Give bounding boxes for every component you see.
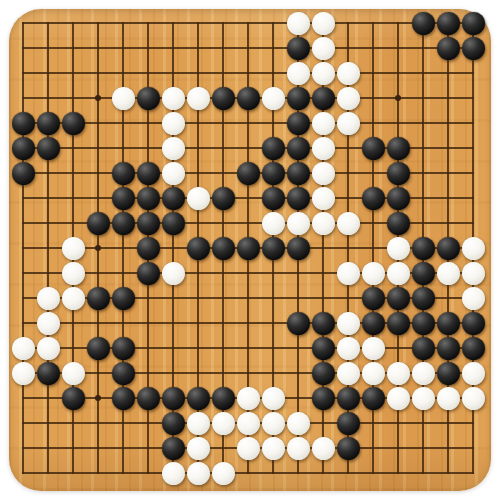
stone-white[interactable] <box>312 162 335 185</box>
stone-black[interactable] <box>412 312 435 335</box>
stone-black[interactable] <box>412 287 435 310</box>
stone-white[interactable] <box>462 387 485 410</box>
stone-black[interactable] <box>137 212 160 235</box>
stone-black[interactable] <box>387 162 410 185</box>
stone-black[interactable] <box>437 362 460 385</box>
stone-white[interactable] <box>187 437 210 460</box>
stone-black[interactable] <box>112 362 135 385</box>
stone-white[interactable] <box>312 12 335 35</box>
stone-black[interactable] <box>112 387 135 410</box>
stone-black[interactable] <box>287 187 310 210</box>
stone-white[interactable] <box>287 212 310 235</box>
stone-black[interactable] <box>137 87 160 110</box>
stone-white[interactable] <box>312 212 335 235</box>
stone-white[interactable] <box>337 112 360 135</box>
stone-white[interactable] <box>387 262 410 285</box>
stone-black[interactable] <box>162 412 185 435</box>
star-point <box>95 95 101 101</box>
stone-black[interactable] <box>337 387 360 410</box>
stone-white[interactable] <box>62 237 85 260</box>
stone-black[interactable] <box>262 162 285 185</box>
stone-white[interactable] <box>162 137 185 160</box>
stone-white[interactable] <box>437 262 460 285</box>
go-board[interactable] <box>9 9 491 491</box>
stone-black[interactable] <box>87 287 110 310</box>
stone-black[interactable] <box>112 337 135 360</box>
stone-black[interactable] <box>212 187 235 210</box>
stone-black[interactable] <box>212 387 235 410</box>
stone-white[interactable] <box>262 412 285 435</box>
stone-white[interactable] <box>62 362 85 385</box>
photo-background <box>0 0 500 500</box>
stone-white[interactable] <box>337 62 360 85</box>
stone-black[interactable] <box>137 262 160 285</box>
stone-black[interactable] <box>462 312 485 335</box>
stone-white[interactable] <box>12 362 35 385</box>
stone-black[interactable] <box>387 212 410 235</box>
stone-white[interactable] <box>237 387 260 410</box>
stone-black[interactable] <box>137 237 160 260</box>
stone-black[interactable] <box>362 137 385 160</box>
stone-black[interactable] <box>212 237 235 260</box>
stone-white[interactable] <box>462 362 485 385</box>
stone-black[interactable] <box>287 87 310 110</box>
stone-white[interactable] <box>337 87 360 110</box>
stone-black[interactable] <box>387 187 410 210</box>
stone-white[interactable] <box>337 337 360 360</box>
stone-white[interactable] <box>237 412 260 435</box>
stone-black[interactable] <box>462 337 485 360</box>
stone-black[interactable] <box>312 87 335 110</box>
stone-white[interactable] <box>287 12 310 35</box>
stone-white[interactable] <box>462 262 485 285</box>
star-point <box>95 245 101 251</box>
stone-black[interactable] <box>37 112 60 135</box>
stone-black[interactable] <box>312 362 335 385</box>
stone-black[interactable] <box>312 312 335 335</box>
stone-black[interactable] <box>112 212 135 235</box>
stone-black[interactable] <box>362 187 385 210</box>
stone-white[interactable] <box>387 237 410 260</box>
stone-black[interactable] <box>412 12 435 35</box>
stone-white[interactable] <box>162 162 185 185</box>
stone-white[interactable] <box>262 87 285 110</box>
stone-white[interactable] <box>187 462 210 485</box>
stone-white[interactable] <box>262 437 285 460</box>
stone-white[interactable] <box>462 287 485 310</box>
stone-white[interactable] <box>212 462 235 485</box>
stone-white[interactable] <box>312 437 335 460</box>
stone-white[interactable] <box>387 387 410 410</box>
stone-white[interactable] <box>262 387 285 410</box>
stone-black[interactable] <box>162 437 185 460</box>
stone-white[interactable] <box>337 262 360 285</box>
stone-white[interactable] <box>387 362 410 385</box>
stone-white[interactable] <box>437 387 460 410</box>
stone-black[interactable] <box>87 337 110 360</box>
stone-white[interactable] <box>362 362 385 385</box>
stone-black[interactable] <box>162 212 185 235</box>
stone-black[interactable] <box>462 12 485 35</box>
stone-white[interactable] <box>37 337 60 360</box>
stone-white[interactable] <box>12 337 35 360</box>
stone-white[interactable] <box>162 462 185 485</box>
stone-black[interactable] <box>362 312 385 335</box>
stone-black[interactable] <box>237 162 260 185</box>
stone-black[interactable] <box>137 162 160 185</box>
stone-black[interactable] <box>262 137 285 160</box>
stone-white[interactable] <box>37 287 60 310</box>
stone-black[interactable] <box>87 212 110 235</box>
stone-black[interactable] <box>362 387 385 410</box>
stone-black[interactable] <box>312 387 335 410</box>
stone-black[interactable] <box>262 237 285 260</box>
stone-white[interactable] <box>312 137 335 160</box>
stone-black[interactable] <box>37 137 60 160</box>
stone-black[interactable] <box>162 387 185 410</box>
stone-black[interactable] <box>312 337 335 360</box>
stone-black[interactable] <box>287 37 310 60</box>
stone-black[interactable] <box>387 137 410 160</box>
stone-black[interactable] <box>437 337 460 360</box>
stone-black[interactable] <box>187 387 210 410</box>
stone-black[interactable] <box>162 187 185 210</box>
stone-black[interactable] <box>387 312 410 335</box>
stone-black[interactable] <box>437 37 460 60</box>
stone-black[interactable] <box>112 187 135 210</box>
stone-black[interactable] <box>287 137 310 160</box>
stone-white[interactable] <box>187 187 210 210</box>
stone-white[interactable] <box>262 212 285 235</box>
stone-black[interactable] <box>137 187 160 210</box>
stone-black[interactable] <box>287 312 310 335</box>
stone-white[interactable] <box>287 62 310 85</box>
stone-black[interactable] <box>12 137 35 160</box>
stone-white[interactable] <box>312 187 335 210</box>
stone-white[interactable] <box>337 212 360 235</box>
stone-white[interactable] <box>287 437 310 460</box>
stone-black[interactable] <box>287 237 310 260</box>
stone-white[interactable] <box>212 412 235 435</box>
stone-black[interactable] <box>437 12 460 35</box>
stone-white[interactable] <box>312 37 335 60</box>
stone-black[interactable] <box>12 162 35 185</box>
stone-white[interactable] <box>162 87 185 110</box>
stone-black[interactable] <box>287 162 310 185</box>
stone-black[interactable] <box>337 412 360 435</box>
stone-white[interactable] <box>162 262 185 285</box>
stone-white[interactable] <box>462 237 485 260</box>
stone-white[interactable] <box>362 262 385 285</box>
stone-black[interactable] <box>137 387 160 410</box>
grid-line-horizontal <box>22 472 474 474</box>
stone-black[interactable] <box>12 112 35 135</box>
stone-black[interactable] <box>187 237 210 260</box>
stone-white[interactable] <box>187 87 210 110</box>
stone-black[interactable] <box>262 187 285 210</box>
stone-black[interactable] <box>437 312 460 335</box>
stone-black[interactable] <box>362 287 385 310</box>
stone-white[interactable] <box>362 337 385 360</box>
star-point <box>95 395 101 401</box>
stone-black[interactable] <box>62 112 85 135</box>
stone-white[interactable] <box>287 412 310 435</box>
stone-white[interactable] <box>187 412 210 435</box>
stone-black[interactable] <box>237 237 260 260</box>
stone-white[interactable] <box>112 87 135 110</box>
stone-white[interactable] <box>337 312 360 335</box>
stone-black[interactable] <box>62 387 85 410</box>
stone-white[interactable] <box>162 112 185 135</box>
stone-black[interactable] <box>112 287 135 310</box>
stone-black[interactable] <box>237 87 260 110</box>
stone-white[interactable] <box>337 362 360 385</box>
stone-black[interactable] <box>287 112 310 135</box>
stone-black[interactable] <box>412 262 435 285</box>
stone-white[interactable] <box>312 112 335 135</box>
star-point <box>395 95 401 101</box>
stone-white[interactable] <box>412 362 435 385</box>
stone-black[interactable] <box>462 37 485 60</box>
stone-black[interactable] <box>112 162 135 185</box>
stone-white[interactable] <box>62 262 85 285</box>
stone-black[interactable] <box>412 237 435 260</box>
stone-black[interactable] <box>337 437 360 460</box>
stone-white[interactable] <box>37 312 60 335</box>
stone-black[interactable] <box>37 362 60 385</box>
stone-black[interactable] <box>437 237 460 260</box>
stone-white[interactable] <box>62 287 85 310</box>
stone-white[interactable] <box>412 387 435 410</box>
stone-black[interactable] <box>412 337 435 360</box>
stone-white[interactable] <box>237 437 260 460</box>
stone-white[interactable] <box>312 62 335 85</box>
stone-black[interactable] <box>212 87 235 110</box>
stone-black[interactable] <box>387 287 410 310</box>
